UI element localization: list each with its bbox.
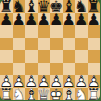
white-rook-outline-glyph: ♖: [87, 87, 100, 100]
square-g4[interactable]: [75, 50, 88, 63]
square-c6[interactable]: [25, 25, 38, 38]
square-h6[interactable]: [88, 25, 101, 38]
square-b4[interactable]: [13, 50, 26, 63]
square-f6[interactable]: [63, 25, 76, 38]
square-a4[interactable]: [0, 50, 13, 63]
square-e4[interactable]: [50, 50, 63, 63]
square-a6[interactable]: [0, 25, 13, 38]
square-f5[interactable]: [63, 38, 76, 51]
square-g6[interactable]: [75, 25, 88, 38]
square-c5[interactable]: [25, 38, 38, 51]
piece-white-rook[interactable]: ♜♖: [87, 87, 100, 100]
square-d6[interactable]: [38, 25, 51, 38]
square-e5[interactable]: [50, 38, 63, 51]
board-background: ♜♞♝♛♚♝♞♜♟♟♟♟♟♟♟♟♟♙♟♙♟♙♟♙♟♙♟♙♟♙♟♙♜♖♞♘♝♗♛♕…: [0, 0, 100, 100]
square-e6[interactable]: [50, 25, 63, 38]
square-h1[interactable]: ♜♖: [88, 88, 101, 101]
square-d4[interactable]: [38, 50, 51, 63]
square-h5[interactable]: [88, 38, 101, 51]
square-d5[interactable]: [38, 38, 51, 51]
square-c4[interactable]: [25, 50, 38, 63]
chess-board: ♜♞♝♛♚♝♞♜♟♟♟♟♟♟♟♟♟♙♟♙♟♙♟♙♟♙♟♙♟♙♟♙♜♖♞♘♝♗♛♕…: [0, 0, 100, 100]
square-h4[interactable]: [88, 50, 101, 63]
square-a5[interactable]: [0, 38, 13, 51]
square-f4[interactable]: [63, 50, 76, 63]
square-g5[interactable]: [75, 38, 88, 51]
square-b6[interactable]: [13, 25, 26, 38]
square-h7[interactable]: ♟: [88, 13, 101, 26]
square-b5[interactable]: [13, 38, 26, 51]
